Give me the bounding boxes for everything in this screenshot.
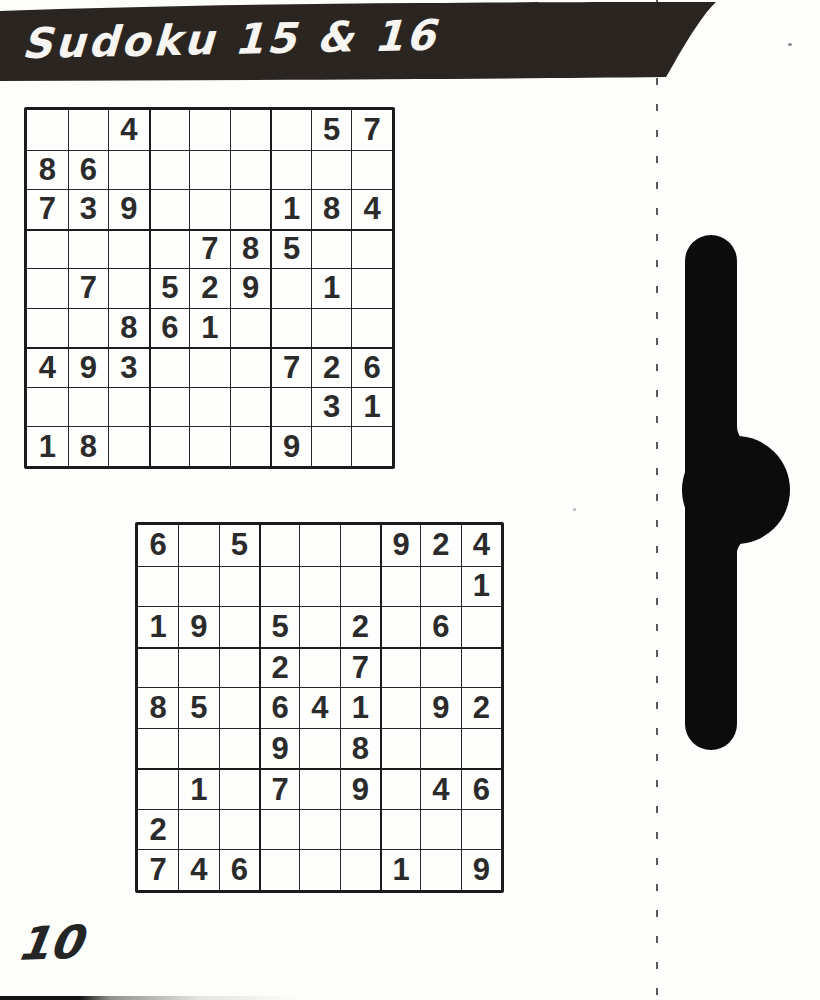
sudoku-cell: [270, 268, 311, 308]
sudoku-cell: 9: [108, 189, 149, 229]
sudoku-cell: [27, 268, 68, 308]
sudoku-cell: 8: [68, 426, 109, 466]
sudoku-cell: [178, 566, 218, 607]
sudoku-cell: 9: [68, 347, 109, 387]
sudoku-cell: 4: [27, 347, 68, 387]
sudoku-cell: [299, 728, 339, 769]
binding-tab-shape: [680, 230, 800, 760]
sudoku-cell: [230, 150, 271, 190]
sudoku-cell: [27, 229, 68, 269]
sudoku-cell: [340, 525, 380, 566]
sudoku-cell: 6: [351, 347, 392, 387]
sudoku-cell: 2: [461, 687, 501, 728]
sudoku-cell: [219, 768, 259, 809]
sudoku-cell: [351, 150, 392, 190]
sudoku-cell: [380, 647, 420, 688]
sudoku-cell: [138, 647, 178, 688]
sudoku-cell: [461, 647, 501, 688]
sudoku-cell: [311, 308, 352, 348]
sudoku-cell: [189, 387, 230, 427]
sudoku-cell: 8: [27, 150, 68, 190]
sudoku-cell: [27, 387, 68, 427]
sudoku-cell: 7: [138, 849, 178, 890]
sudoku-cell: [219, 728, 259, 769]
sudoku-cell: [68, 387, 109, 427]
sudoku-cell: 9: [340, 768, 380, 809]
sudoku-grid-15: 457867391847857529186149372631189: [24, 107, 395, 469]
sudoku-cell: 1: [138, 606, 178, 647]
sudoku-cell: 8: [340, 728, 380, 769]
sudoku-cell: 5: [219, 525, 259, 566]
sudoku-cell: 6: [68, 150, 109, 190]
page-number: 10: [14, 915, 86, 971]
sudoku-cell: [259, 566, 299, 607]
sudoku-cell: 9: [420, 687, 460, 728]
sudoku-cell: 7: [68, 268, 109, 308]
sudoku-cell: [340, 809, 380, 850]
sudoku-cell: [461, 728, 501, 769]
sudoku-cell: 9: [259, 728, 299, 769]
sudoku-cell: 6: [259, 687, 299, 728]
book-page: Sudoku 15 & 16 4578673918478575291861493…: [0, 0, 820, 1000]
sudoku-cell: 3: [68, 189, 109, 229]
sudoku-cell: 2: [340, 606, 380, 647]
sudoku-cell: 9: [461, 849, 501, 890]
sudoku-cell: 1: [189, 308, 230, 348]
sudoku-cell: [189, 189, 230, 229]
sudoku-cell: [230, 347, 271, 387]
sudoku-cell: 6: [219, 849, 259, 890]
sudoku-cell: 4: [178, 849, 218, 890]
sudoku-cell: 1: [27, 426, 68, 466]
sudoku-cell: [138, 768, 178, 809]
sudoku-cell: 9: [380, 525, 420, 566]
sudoku-cell: [311, 426, 352, 466]
sudoku-cell: 4: [299, 687, 339, 728]
sudoku-cell: [138, 566, 178, 607]
sudoku-cell: [299, 566, 339, 607]
sudoku-cell: 7: [351, 110, 392, 150]
scan-speck: [573, 508, 576, 511]
sudoku-cell: [380, 687, 420, 728]
sudoku-cell: 3: [311, 387, 352, 427]
sudoku-cell: [340, 566, 380, 607]
sudoku-cell: [219, 566, 259, 607]
sudoku-cell: [461, 809, 501, 850]
sudoku-cell: 9: [270, 426, 311, 466]
sudoku-cell: [149, 189, 190, 229]
sudoku-cell: [178, 525, 218, 566]
sudoku-cell: [230, 110, 271, 150]
sudoku-cell: [340, 849, 380, 890]
sudoku-cell: 5: [270, 229, 311, 269]
sudoku-cell: [27, 110, 68, 150]
sudoku-cell: [270, 387, 311, 427]
sudoku-cell: [149, 110, 190, 150]
sudoku-cell: [149, 426, 190, 466]
sudoku-cell: 2: [138, 809, 178, 850]
sudoku-cell: 1: [340, 687, 380, 728]
sudoku-cell: [299, 849, 339, 890]
sudoku-grid-16: 659241195262785641929817946274619: [135, 522, 504, 893]
sudoku-cell: [299, 647, 339, 688]
sudoku-cell: [178, 728, 218, 769]
sudoku-cell: 2: [259, 647, 299, 688]
sudoku-cell: 5: [178, 687, 218, 728]
sudoku-cell: 6: [461, 768, 501, 809]
sudoku-cell: [351, 268, 392, 308]
sudoku-cell: [108, 150, 149, 190]
sudoku-cell: 8: [138, 687, 178, 728]
perforation-dotted-line: [656, 0, 658, 1000]
sudoku-cell: 4: [461, 525, 501, 566]
sudoku-cell: [68, 229, 109, 269]
sudoku-cell: [219, 687, 259, 728]
sudoku-cell: 9: [178, 606, 218, 647]
sudoku-cell: [270, 110, 311, 150]
sudoku-cell: [311, 229, 352, 269]
sudoku-cell: [230, 426, 271, 466]
sudoku-cell: 5: [311, 110, 352, 150]
sudoku-cell: [219, 809, 259, 850]
sudoku-cell: [149, 347, 190, 387]
sudoku-cell: [270, 308, 311, 348]
sudoku-cell: [230, 387, 271, 427]
sudoku-cell: [219, 647, 259, 688]
sudoku-cell: [189, 150, 230, 190]
sudoku-cell: [299, 606, 339, 647]
sudoku-cell: 7: [270, 347, 311, 387]
sudoku-cell: 4: [420, 768, 460, 809]
sudoku-cell: [380, 768, 420, 809]
sudoku-cell: 8: [311, 189, 352, 229]
sudoku-cell: [311, 150, 352, 190]
sudoku-cell: [351, 229, 392, 269]
sudoku-cell: [138, 728, 178, 769]
sudoku-cell: 8: [108, 308, 149, 348]
sudoku-cell: [299, 525, 339, 566]
sudoku-cell: [68, 308, 109, 348]
sudoku-cell: [380, 728, 420, 769]
sudoku-cell: [230, 308, 271, 348]
sudoku-cell: 2: [311, 347, 352, 387]
sudoku-cell: 6: [149, 308, 190, 348]
sudoku-cell: [108, 387, 149, 427]
sudoku-cell: [420, 728, 460, 769]
next-page-edge: [0, 996, 300, 1000]
sudoku-cell: 7: [340, 647, 380, 688]
sudoku-cell: [108, 426, 149, 466]
sudoku-cell: [420, 647, 460, 688]
sudoku-cell: 1: [311, 268, 352, 308]
sudoku-cell: 5: [259, 606, 299, 647]
sudoku-cell: 4: [108, 110, 149, 150]
sudoku-cell: [299, 809, 339, 850]
sudoku-cell: 3: [108, 347, 149, 387]
sudoku-cell: [351, 426, 392, 466]
sudoku-cell: 2: [420, 525, 460, 566]
sudoku-cell: [380, 606, 420, 647]
sudoku-cell: 6: [138, 525, 178, 566]
sudoku-cell: 9: [230, 268, 271, 308]
sudoku-cell: 4: [351, 189, 392, 229]
sudoku-cell: 8: [230, 229, 271, 269]
sudoku-cell: 7: [189, 229, 230, 269]
sudoku-cell: [149, 229, 190, 269]
sudoku-cell: [420, 566, 460, 607]
sudoku-cell: [149, 387, 190, 427]
sudoku-cell: [299, 768, 339, 809]
sudoku-cell: [461, 606, 501, 647]
sudoku-cell: [189, 426, 230, 466]
sudoku-cell: 1: [351, 387, 392, 427]
sudoku-cell: 2: [189, 268, 230, 308]
sudoku-cell: 7: [27, 189, 68, 229]
sudoku-cell: 1: [380, 849, 420, 890]
sudoku-cell: [351, 308, 392, 348]
sudoku-cell: [108, 229, 149, 269]
sudoku-cell: [219, 606, 259, 647]
sudoku-cell: 7: [259, 768, 299, 809]
sudoku-cell: [189, 347, 230, 387]
sudoku-cell: [420, 849, 460, 890]
sudoku-cell: 6: [420, 606, 460, 647]
sudoku-cell: [178, 647, 218, 688]
sudoku-cell: 1: [270, 189, 311, 229]
sudoku-cell: [259, 525, 299, 566]
sudoku-cell: [259, 849, 299, 890]
sudoku-cell: [380, 566, 420, 607]
sudoku-cell: [380, 809, 420, 850]
sudoku-cell: [420, 809, 460, 850]
sudoku-cell: [230, 189, 271, 229]
sudoku-cell: [68, 110, 109, 150]
sudoku-cell: 5: [149, 268, 190, 308]
sudoku-cell: [270, 150, 311, 190]
sudoku-cell: [108, 268, 149, 308]
sudoku-cell: 1: [178, 768, 218, 809]
sudoku-cell: 1: [461, 566, 501, 607]
scan-speck: [788, 43, 792, 46]
sudoku-cell: [189, 110, 230, 150]
sudoku-cell: [27, 308, 68, 348]
sudoku-cell: [149, 150, 190, 190]
sudoku-cell: [259, 809, 299, 850]
sudoku-cell: [178, 809, 218, 850]
